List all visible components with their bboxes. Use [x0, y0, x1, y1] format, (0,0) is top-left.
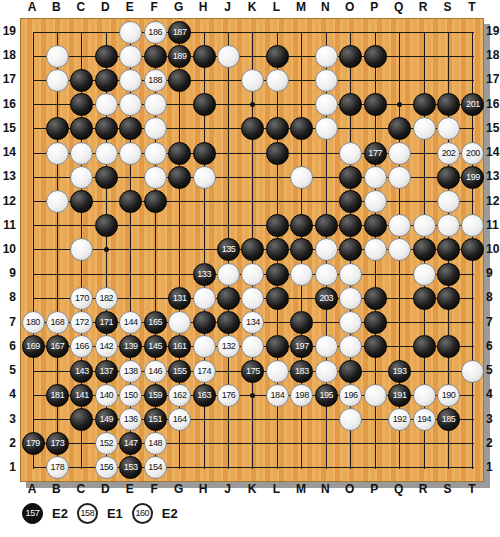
column-label: K — [240, 0, 264, 14]
row-label: 2 — [0, 436, 16, 450]
stone — [290, 263, 313, 286]
column-label: T — [460, 482, 484, 496]
stone: 156 — [95, 456, 118, 479]
stone — [388, 238, 411, 261]
stone-number: 143 — [75, 367, 89, 376]
stone — [315, 263, 338, 286]
stone — [119, 69, 142, 92]
stone — [315, 360, 338, 383]
row-label: 1 — [0, 460, 16, 474]
stone — [315, 93, 338, 116]
stone: 131 — [168, 287, 191, 310]
stone — [339, 408, 362, 431]
stone: 135 — [217, 238, 240, 261]
column-label: D — [93, 0, 117, 14]
stone: 161 — [168, 335, 191, 358]
column-label: B — [44, 0, 68, 14]
stone: 147 — [119, 432, 142, 455]
grid-line — [33, 201, 474, 202]
star-point — [397, 102, 402, 107]
row-label: 2 — [486, 436, 500, 450]
caption: 157E2158E1160E2 — [22, 501, 178, 525]
stone — [46, 69, 69, 92]
row-label: 6 — [486, 339, 500, 353]
stone — [266, 69, 289, 92]
stone-number: 201 — [466, 100, 480, 109]
stone: 183 — [290, 360, 313, 383]
column-label: J — [216, 0, 240, 14]
stone-number: 195 — [319, 391, 333, 400]
stone-number: 179 — [26, 439, 40, 448]
stone — [241, 69, 264, 92]
caption-text: E1 — [107, 506, 123, 521]
stone — [315, 238, 338, 261]
column-label: P — [362, 0, 386, 14]
stone: 181 — [46, 384, 69, 407]
column-label: A — [20, 0, 44, 14]
row-label: 14 — [486, 145, 500, 159]
stone — [413, 238, 436, 261]
stone-number: 153 — [124, 463, 138, 472]
stone-number: 164 — [173, 415, 187, 424]
stone: 169 — [22, 335, 45, 358]
row-label: 13 — [486, 169, 500, 183]
stone — [95, 214, 118, 237]
stone — [388, 166, 411, 189]
stone-number: 163 — [197, 391, 211, 400]
stone-number: 182 — [99, 294, 113, 303]
stone — [437, 214, 460, 237]
column-label: J — [216, 482, 240, 496]
stone-number: 181 — [51, 391, 65, 400]
stone-number: 184 — [271, 391, 285, 400]
stone-number: 186 — [148, 28, 162, 37]
stone — [266, 142, 289, 165]
stone — [70, 238, 93, 261]
stone — [46, 142, 69, 165]
stone: 189 — [168, 45, 191, 68]
stone — [241, 117, 264, 140]
stone: 179 — [22, 432, 45, 455]
stone-number: 196 — [344, 391, 358, 400]
stone: 203 — [315, 287, 338, 310]
stone-number: 147 — [124, 439, 138, 448]
row-label: 7 — [486, 315, 500, 329]
stone — [339, 190, 362, 213]
column-label: S — [436, 482, 460, 496]
stone-number: 134 — [246, 318, 260, 327]
row-label: 16 — [486, 97, 500, 111]
stone — [144, 93, 167, 116]
stone-number: 154 — [148, 463, 162, 472]
column-label: C — [69, 0, 93, 14]
row-label: 19 — [0, 24, 16, 38]
stone: 175 — [241, 360, 264, 383]
stone — [95, 142, 118, 165]
row-label: 5 — [0, 363, 16, 377]
stone — [144, 166, 167, 189]
stone — [364, 45, 387, 68]
stone — [217, 263, 240, 286]
stone-number: 197 — [295, 342, 309, 351]
row-label: 8 — [0, 290, 16, 304]
stone — [119, 45, 142, 68]
stone-number: 188 — [148, 76, 162, 85]
column-label: Q — [387, 0, 411, 14]
stone — [413, 335, 436, 358]
stone — [437, 238, 460, 261]
row-label: 12 — [486, 194, 500, 208]
stone — [315, 214, 338, 237]
stone-number: 193 — [393, 367, 407, 376]
stone — [339, 166, 362, 189]
stone: 167 — [46, 335, 69, 358]
stone: 188 — [144, 69, 167, 92]
row-label: 14 — [0, 145, 16, 159]
stone — [144, 190, 167, 213]
stone — [413, 117, 436, 140]
stone-number: 185 — [442, 415, 456, 424]
stone: 155 — [168, 360, 191, 383]
stone: 164 — [168, 408, 191, 431]
stone-number: 152 — [99, 439, 113, 448]
stone-number: 150 — [124, 391, 138, 400]
stone: 182 — [95, 287, 118, 310]
column-label: N — [313, 0, 337, 14]
stone — [168, 69, 191, 92]
stone — [339, 214, 362, 237]
stone: 198 — [290, 384, 313, 407]
stone-number: 148 — [148, 439, 162, 448]
stone-number: 191 — [393, 391, 407, 400]
stone — [70, 117, 93, 140]
stone: 193 — [388, 360, 411, 383]
star-point — [104, 247, 109, 252]
stone: 143 — [70, 360, 93, 383]
stone: 145 — [144, 335, 167, 358]
stone — [193, 287, 216, 310]
stone — [339, 335, 362, 358]
row-label: 9 — [0, 266, 16, 280]
stone: 191 — [388, 384, 411, 407]
stone: 201 — [461, 93, 484, 116]
stone: 172 — [70, 311, 93, 334]
stone — [437, 93, 460, 116]
stone-number: 151 — [148, 415, 162, 424]
stone: 132 — [217, 335, 240, 358]
stone — [193, 311, 216, 334]
stone — [315, 69, 338, 92]
stone — [461, 238, 484, 261]
caption-stone: 158 — [77, 503, 98, 524]
row-label: 18 — [486, 48, 500, 62]
grid-line — [33, 32, 34, 469]
column-label: T — [460, 0, 484, 14]
stone-number: 137 — [99, 367, 113, 376]
stone: 133 — [193, 263, 216, 286]
stone — [413, 287, 436, 310]
stone-number: 161 — [173, 342, 187, 351]
stone-number: 177 — [368, 149, 382, 158]
column-label: N — [313, 482, 337, 496]
stone: 162 — [168, 384, 191, 407]
stone — [168, 142, 191, 165]
stone — [144, 142, 167, 165]
stone-number: 174 — [197, 367, 211, 376]
stone-number: 187 — [173, 28, 187, 37]
stone — [70, 166, 93, 189]
stone — [290, 117, 313, 140]
stone-number: 140 — [99, 391, 113, 400]
stone — [95, 117, 118, 140]
stone — [413, 384, 436, 407]
stone: 137 — [95, 360, 118, 383]
column-label: E — [118, 0, 142, 14]
stone-number: 190 — [442, 391, 456, 400]
stone: 144 — [119, 311, 142, 334]
stone: 196 — [339, 384, 362, 407]
stone — [241, 238, 264, 261]
stone — [437, 263, 460, 286]
stone — [266, 287, 289, 310]
column-label: F — [142, 482, 166, 496]
stone-number: 142 — [99, 342, 113, 351]
row-label: 4 — [486, 387, 500, 401]
stone-number: 159 — [148, 391, 162, 400]
stone-number: 200 — [466, 149, 480, 158]
row-label: 15 — [0, 121, 16, 135]
caption-text: E2 — [52, 506, 68, 521]
stone — [339, 93, 362, 116]
stone: 173 — [46, 432, 69, 455]
stone-number: 169 — [26, 342, 40, 351]
column-label: G — [167, 482, 191, 496]
row-label: 17 — [0, 72, 16, 86]
stone — [95, 166, 118, 189]
stone: 139 — [119, 335, 142, 358]
stone — [217, 311, 240, 334]
stone: 185 — [437, 408, 460, 431]
stone: 136 — [119, 408, 142, 431]
stone: 190 — [437, 384, 460, 407]
column-label: E — [118, 482, 142, 496]
stone: 192 — [388, 408, 411, 431]
caption-stone: 160 — [132, 503, 153, 524]
stone — [266, 360, 289, 383]
stone: 186 — [144, 21, 167, 44]
stone: 200 — [461, 142, 484, 165]
stone: 134 — [241, 311, 264, 334]
stone — [364, 311, 387, 334]
stone — [70, 142, 93, 165]
stone — [119, 190, 142, 213]
stone — [413, 214, 436, 237]
stone-number: 141 — [75, 391, 89, 400]
stone: 184 — [266, 384, 289, 407]
stone-number: 146 — [148, 367, 162, 376]
stone: 194 — [413, 408, 436, 431]
stone — [290, 166, 313, 189]
stone — [437, 287, 460, 310]
row-label: 3 — [486, 412, 500, 426]
stone-number: 156 — [99, 463, 113, 472]
stone — [315, 117, 338, 140]
stone: 141 — [70, 384, 93, 407]
stone: 149 — [95, 408, 118, 431]
stone: 146 — [144, 360, 167, 383]
stone — [364, 214, 387, 237]
stone — [46, 190, 69, 213]
stone-number: 167 — [51, 342, 65, 351]
stone — [364, 384, 387, 407]
stone-number: 172 — [75, 318, 89, 327]
stone-number: 178 — [51, 463, 65, 472]
column-label: K — [240, 482, 264, 496]
stone — [193, 45, 216, 68]
stone-number: 183 — [295, 367, 309, 376]
stone-number: 168 — [51, 318, 65, 327]
stone: 151 — [144, 408, 167, 431]
caption-stone: 157 — [22, 503, 43, 524]
column-label: C — [69, 482, 93, 496]
column-label: A — [20, 482, 44, 496]
stone — [339, 142, 362, 165]
grid-line — [33, 32, 474, 33]
stone — [388, 117, 411, 140]
stone — [70, 69, 93, 92]
stone — [339, 45, 362, 68]
row-label: 17 — [486, 72, 500, 86]
stone — [364, 335, 387, 358]
stone-number: 171 — [99, 318, 113, 327]
stone — [95, 45, 118, 68]
stone-number: 132 — [222, 342, 236, 351]
stone — [364, 287, 387, 310]
stone-number: 145 — [148, 342, 162, 351]
stone: 187 — [168, 21, 191, 44]
stone: 195 — [315, 384, 338, 407]
stone: 178 — [46, 456, 69, 479]
column-label: S — [436, 0, 460, 14]
row-label: 4 — [0, 387, 16, 401]
stone — [413, 263, 436, 286]
stone — [70, 408, 93, 431]
stone — [119, 117, 142, 140]
stone — [193, 335, 216, 358]
stone: 154 — [144, 456, 167, 479]
row-label: 3 — [0, 412, 16, 426]
column-label: G — [167, 0, 191, 14]
stone — [364, 166, 387, 189]
stone — [339, 311, 362, 334]
column-label: H — [191, 0, 215, 14]
column-label: O — [338, 0, 362, 14]
stone: 176 — [217, 384, 240, 407]
stone-number: 162 — [173, 391, 187, 400]
stone — [119, 21, 142, 44]
column-label: B — [44, 482, 68, 496]
stone-number: 180 — [26, 318, 40, 327]
stone — [217, 45, 240, 68]
stone: 171 — [95, 311, 118, 334]
stone — [95, 93, 118, 116]
caption-text: E2 — [162, 506, 178, 521]
row-label: 19 — [486, 24, 500, 38]
stone-number: 199 — [466, 173, 480, 182]
stone-number: 135 — [222, 245, 236, 254]
stone: 148 — [144, 432, 167, 455]
stone — [266, 45, 289, 68]
stone — [241, 263, 264, 286]
stone: 142 — [95, 335, 118, 358]
stone — [437, 117, 460, 140]
stone — [437, 335, 460, 358]
stone: 153 — [119, 456, 142, 479]
row-label: 1 — [486, 460, 500, 474]
stone — [364, 238, 387, 261]
row-label: 10 — [486, 242, 500, 256]
stone — [290, 238, 313, 261]
row-label: 10 — [0, 242, 16, 256]
column-label: F — [142, 0, 166, 14]
stone — [388, 214, 411, 237]
stone-number: 144 — [124, 318, 138, 327]
stone — [193, 93, 216, 116]
stone — [46, 117, 69, 140]
row-label: 11 — [0, 218, 16, 232]
stone-number: 131 — [173, 294, 187, 303]
stone — [193, 142, 216, 165]
go-diagram: 1861871891882011772022001991351331701821… — [0, 0, 500, 537]
stone-number: 173 — [51, 439, 65, 448]
stone: 168 — [46, 311, 69, 334]
stone — [339, 287, 362, 310]
go-board: 1861871891882011772022001991351331701821… — [20, 18, 484, 482]
stone — [339, 360, 362, 383]
stone-number: 192 — [393, 415, 407, 424]
stone: 197 — [290, 335, 313, 358]
stone-number: 198 — [295, 391, 309, 400]
stone — [241, 335, 264, 358]
column-label: Q — [387, 482, 411, 496]
stone: 202 — [437, 142, 460, 165]
stone — [315, 45, 338, 68]
stone-number: 136 — [124, 415, 138, 424]
column-label: M — [289, 0, 313, 14]
stone — [168, 166, 191, 189]
stone — [70, 190, 93, 213]
row-label: 6 — [0, 339, 16, 353]
column-label: L — [264, 0, 288, 14]
stone — [413, 93, 436, 116]
stone: 138 — [119, 360, 142, 383]
stone: 177 — [364, 142, 387, 165]
stone — [266, 117, 289, 140]
row-label: 8 — [486, 290, 500, 304]
column-label: P — [362, 482, 386, 496]
stone — [461, 360, 484, 383]
stone: 165 — [144, 311, 167, 334]
stone — [461, 214, 484, 237]
column-label: M — [289, 482, 313, 496]
stone — [119, 93, 142, 116]
row-label: 9 — [486, 266, 500, 280]
stone — [364, 93, 387, 116]
stone-number: 176 — [222, 391, 236, 400]
stone: 174 — [193, 360, 216, 383]
stone-number: 202 — [442, 149, 456, 158]
stone — [119, 142, 142, 165]
